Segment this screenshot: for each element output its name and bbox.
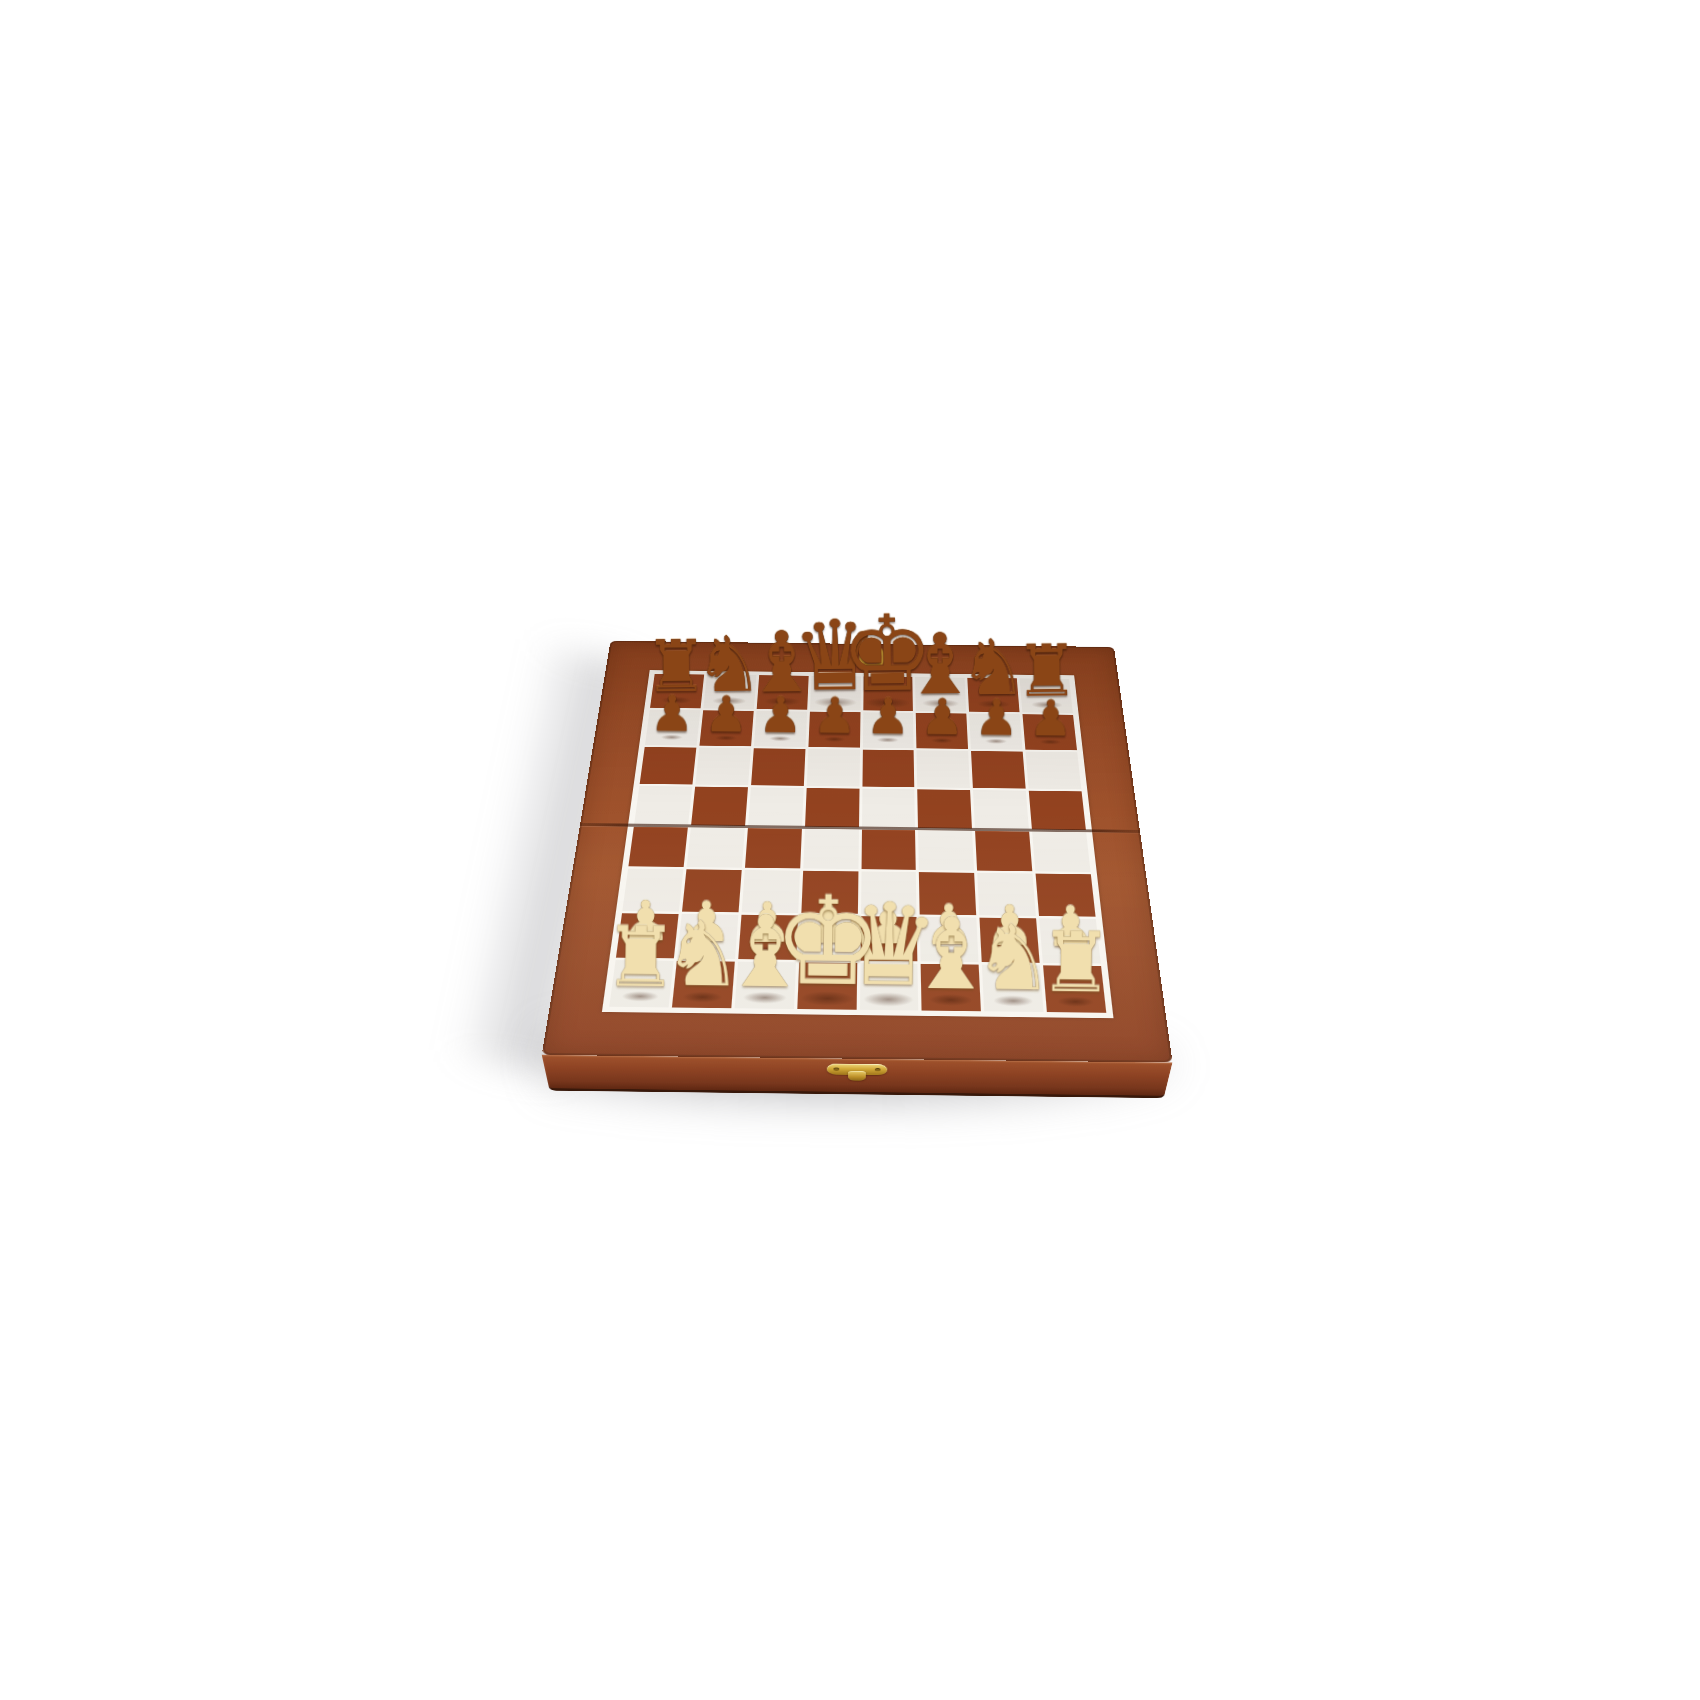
square-h6 [1026, 751, 1082, 789]
square-g6 [971, 751, 1026, 789]
square-e4 [861, 829, 916, 870]
black-pawn-glyph: ♟ [758, 691, 803, 739]
black-pawn-glyph: ♟ [704, 691, 749, 739]
square-c4 [745, 828, 802, 869]
square-a4 [628, 826, 687, 867]
square-a6 [640, 747, 697, 784]
square-c6 [751, 748, 805, 785]
square-f5 [918, 789, 973, 828]
black-pawn-glyph: ♟ [812, 692, 857, 740]
square-g4 [975, 831, 1032, 872]
box-front-panel [542, 1055, 1173, 1098]
square-d4 [803, 828, 859, 869]
black-pawn-glyph: ♟ [866, 693, 911, 741]
scene: ♜♞♝♛♚♝♞♜♟♟♟♟♟♟♟♟♟♟♟♟♟♟♟♟♜♞♝♚♛♝♞♜ [0, 0, 1700, 1700]
square-e6 [862, 749, 915, 786]
square-a5 [634, 786, 692, 825]
square-b6 [695, 747, 750, 784]
square-d5 [805, 788, 859, 827]
black-pawn-glyph: ♟ [920, 693, 965, 741]
white-bishop-glyph: ♝ [907, 906, 996, 1001]
square-f4 [918, 830, 974, 871]
square-h5 [1029, 790, 1086, 829]
white-bishop-glyph: ♝ [720, 904, 809, 999]
clasp-knob-icon [848, 1071, 866, 1081]
square-b5 [691, 786, 748, 825]
photo-background: ♜♞♝♛♚♝♞♜♟♟♟♟♟♟♟♟♟♟♟♟♟♟♟♟♜♞♝♚♛♝♞♜ [0, 0, 1700, 1700]
black-pawn-glyph: ♟ [974, 694, 1019, 742]
black-pawn-glyph: ♟ [650, 690, 695, 738]
white-rook-glyph: ♜ [603, 917, 679, 997]
square-b4 [687, 827, 745, 868]
square-f6 [917, 750, 970, 787]
chess-box: ♜♞♝♛♚♝♞♜♟♟♟♟♟♟♟♟♟♟♟♟♟♟♟♟♜♞♝♚♛♝♞♜ [542, 641, 1173, 1063]
black-pawn-glyph: ♟ [1028, 695, 1073, 743]
square-e5 [862, 788, 916, 827]
white-rook-glyph: ♜ [1038, 923, 1114, 1003]
square-c5 [748, 787, 804, 826]
square-d6 [806, 749, 859, 786]
square-h4 [1032, 831, 1090, 872]
square-g5 [973, 790, 1029, 829]
